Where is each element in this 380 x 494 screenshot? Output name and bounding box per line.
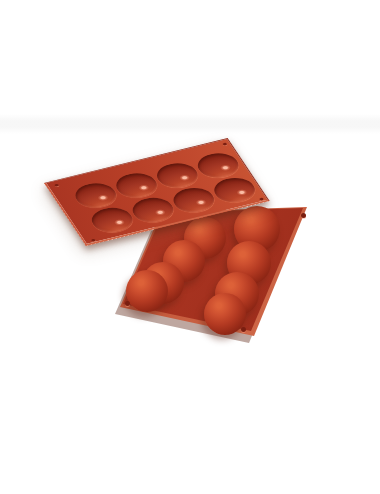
cavity-r1-c2	[109, 169, 162, 201]
back-mold-corner-hole-1	[54, 183, 60, 187]
front-mold-corner-hole-2	[241, 327, 246, 332]
cavity-r2-c2	[126, 194, 179, 226]
back-mold-corner-hole-3	[259, 197, 265, 201]
front-mold-corner-hole-3	[125, 301, 130, 306]
cavity-r2-c1	[85, 204, 138, 236]
product-photo-scene	[0, 0, 380, 494]
cavity-r1-c4	[191, 149, 244, 181]
cavity-r1-c1	[69, 179, 122, 211]
cavity-r1-c3	[150, 159, 203, 191]
cavity-r2-c4	[207, 174, 260, 206]
dome-7	[126, 270, 168, 312]
back-mold-corner-hole-2	[222, 142, 228, 146]
background-band	[0, 114, 380, 134]
cavity-r2-c3	[167, 184, 220, 216]
front-mold-corner-hole-1	[301, 213, 306, 218]
back-mold-corner-hole-4	[90, 238, 96, 242]
dome-8	[204, 293, 246, 335]
